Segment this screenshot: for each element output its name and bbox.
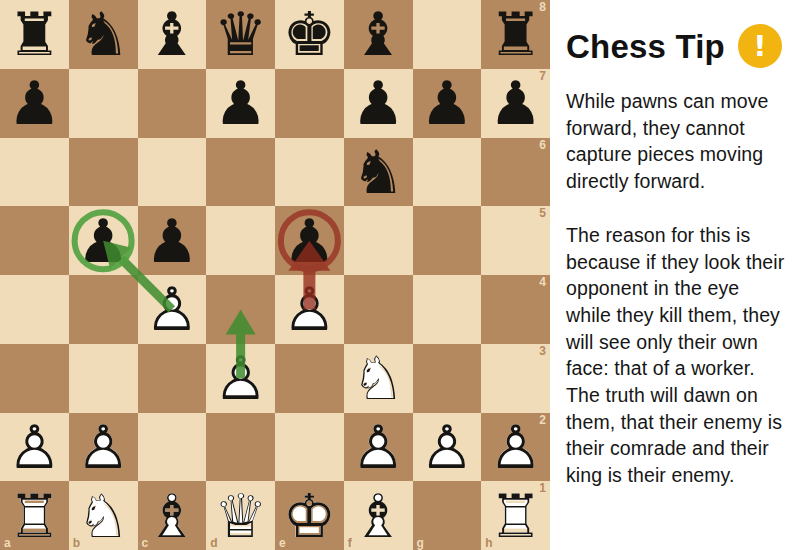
square-c1[interactable]: ♝♗c <box>138 481 207 550</box>
file-label-e: e <box>279 537 286 549</box>
piece-black-bishop[interactable]: ♝ <box>344 0 413 69</box>
square-f2[interactable]: ♟♙ <box>344 413 413 482</box>
chess-tip-app: ♜♞♝♛♚♝♜8♟♟♟♟♟7♞6♟♟♟5♟♙♟♙4♟♙♞♘3♟♙♟♙♟♙♟♙♟♙… <box>0 0 800 550</box>
piece-black-pawn[interactable]: ♟ <box>275 206 344 275</box>
tip-panel: Chess Tip ! While pawns can move forward… <box>550 0 800 550</box>
square-h4[interactable]: 4 <box>481 275 550 344</box>
square-a1[interactable]: ♜♖a <box>0 481 69 550</box>
rank-label-1: 1 <box>539 482 546 494</box>
rank-label-7: 7 <box>539 70 546 82</box>
square-b2[interactable]: ♟♙ <box>69 413 138 482</box>
square-f8[interactable]: ♝ <box>344 0 413 69</box>
square-a6[interactable] <box>0 138 69 207</box>
piece-black-king[interactable]: ♚ <box>275 0 344 69</box>
square-e7[interactable] <box>275 69 344 138</box>
piece-white-pawn[interactable]: ♙ <box>275 275 344 344</box>
square-b5[interactable]: ♟ <box>69 206 138 275</box>
piece-white-pawn[interactable]: ♙ <box>69 413 138 482</box>
square-b1[interactable]: ♞♘b <box>69 481 138 550</box>
square-b3[interactable] <box>69 344 138 413</box>
piece-black-pawn[interactable]: ♟ <box>138 206 207 275</box>
square-b6[interactable] <box>69 138 138 207</box>
square-g6[interactable] <box>413 138 482 207</box>
square-f3[interactable]: ♞♘ <box>344 344 413 413</box>
square-a4[interactable] <box>0 275 69 344</box>
square-f4[interactable] <box>344 275 413 344</box>
square-d2[interactable] <box>206 413 275 482</box>
piece-black-knight[interactable]: ♞ <box>69 0 138 69</box>
square-b4[interactable] <box>69 275 138 344</box>
piece-white-pawn[interactable]: ♙ <box>0 413 69 482</box>
piece-black-knight[interactable]: ♞ <box>344 138 413 207</box>
square-d7[interactable]: ♟ <box>206 69 275 138</box>
rank-label-8: 8 <box>539 1 546 13</box>
square-c2[interactable] <box>138 413 207 482</box>
file-label-d: d <box>210 537 217 549</box>
square-d4[interactable] <box>206 275 275 344</box>
piece-white-pawn[interactable]: ♙ <box>138 275 207 344</box>
square-h5[interactable]: 5 <box>481 206 550 275</box>
square-e3[interactable] <box>275 344 344 413</box>
square-a5[interactable] <box>0 206 69 275</box>
piece-black-pawn[interactable]: ♟ <box>0 69 69 138</box>
square-c8[interactable]: ♝ <box>138 0 207 69</box>
file-label-b: b <box>73 537 80 549</box>
square-a7[interactable]: ♟ <box>0 69 69 138</box>
square-b7[interactable] <box>69 69 138 138</box>
square-h1[interactable]: ♜♖1h <box>481 481 550 550</box>
square-d5[interactable] <box>206 206 275 275</box>
tip-paragraph-1: While pawns can move forward, they canno… <box>566 88 785 195</box>
rank-label-6: 6 <box>539 139 546 151</box>
file-label-f: f <box>348 537 352 549</box>
square-h8[interactable]: ♜8 <box>481 0 550 69</box>
square-g8[interactable] <box>413 0 482 69</box>
square-a2[interactable]: ♟♙ <box>0 413 69 482</box>
square-d6[interactable] <box>206 138 275 207</box>
square-e8[interactable]: ♚ <box>275 0 344 69</box>
square-h7[interactable]: ♟7 <box>481 69 550 138</box>
square-c4[interactable]: ♟♙ <box>138 275 207 344</box>
piece-black-bishop[interactable]: ♝ <box>138 0 207 69</box>
piece-white-pawn[interactable]: ♙ <box>344 413 413 482</box>
square-d1[interactable]: ♛♕d <box>206 481 275 550</box>
square-g5[interactable] <box>413 206 482 275</box>
piece-white-pawn[interactable]: ♙ <box>206 344 275 413</box>
rank-label-5: 5 <box>539 207 546 219</box>
square-e2[interactable] <box>275 413 344 482</box>
square-c3[interactable] <box>138 344 207 413</box>
square-c7[interactable] <box>138 69 207 138</box>
square-e5[interactable]: ♟ <box>275 206 344 275</box>
piece-black-pawn[interactable]: ♟ <box>413 69 482 138</box>
piece-black-pawn[interactable]: ♟ <box>344 69 413 138</box>
square-f1[interactable]: ♝♗f <box>344 481 413 550</box>
exclamation-icon: ! <box>738 24 782 68</box>
file-label-a: a <box>4 537 11 549</box>
square-f5[interactable] <box>344 206 413 275</box>
piece-white-pawn[interactable]: ♙ <box>413 413 482 482</box>
square-g7[interactable]: ♟ <box>413 69 482 138</box>
square-a8[interactable]: ♜ <box>0 0 69 69</box>
square-c5[interactable]: ♟ <box>138 206 207 275</box>
tip-paragraph-2: The reason for this is because if they l… <box>566 222 785 489</box>
square-g4[interactable] <box>413 275 482 344</box>
square-d8[interactable]: ♛ <box>206 0 275 69</box>
piece-black-queen[interactable]: ♛ <box>206 0 275 69</box>
square-a3[interactable] <box>0 344 69 413</box>
square-b8[interactable]: ♞ <box>69 0 138 69</box>
piece-black-rook[interactable]: ♜ <box>0 0 69 69</box>
square-d3[interactable]: ♟♙ <box>206 344 275 413</box>
piece-black-pawn[interactable]: ♟ <box>206 69 275 138</box>
rank-label-3: 3 <box>539 345 546 357</box>
square-c6[interactable] <box>138 138 207 207</box>
square-h2[interactable]: ♟♙2 <box>481 413 550 482</box>
square-e1[interactable]: ♚♔e <box>275 481 344 550</box>
piece-black-pawn[interactable]: ♟ <box>69 206 138 275</box>
tip-header: Chess Tip ! <box>566 24 785 68</box>
square-g3[interactable] <box>413 344 482 413</box>
chess-board-area: ♜♞♝♛♚♝♜8♟♟♟♟♟7♞6♟♟♟5♟♙♟♙4♟♙♞♘3♟♙♟♙♟♙♟♙♟♙… <box>0 0 550 550</box>
file-label-c: c <box>142 537 149 549</box>
square-f6[interactable]: ♞ <box>344 138 413 207</box>
rank-label-2: 2 <box>539 414 546 426</box>
rank-label-4: 4 <box>539 276 546 288</box>
piece-white-knight[interactable]: ♘ <box>344 344 413 413</box>
file-label-g: g <box>417 537 424 549</box>
square-g1[interactable]: g <box>413 481 482 550</box>
tip-title: Chess Tip <box>566 30 725 63</box>
square-h3[interactable]: 3 <box>481 344 550 413</box>
square-e6[interactable] <box>275 138 344 207</box>
chess-board[interactable]: ♜♞♝♛♚♝♜8♟♟♟♟♟7♞6♟♟♟5♟♙♟♙4♟♙♞♘3♟♙♟♙♟♙♟♙♟♙… <box>0 0 550 550</box>
square-e4[interactable]: ♟♙ <box>275 275 344 344</box>
file-label-h: h <box>485 537 492 549</box>
square-f7[interactable]: ♟ <box>344 69 413 138</box>
square-h6[interactable]: 6 <box>481 138 550 207</box>
square-g2[interactable]: ♟♙ <box>413 413 482 482</box>
piece-white-bishop[interactable]: ♗ <box>344 481 413 550</box>
